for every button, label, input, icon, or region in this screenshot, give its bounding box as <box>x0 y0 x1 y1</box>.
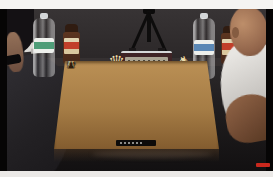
dgt-plaque <box>116 140 156 146</box>
page-background-bottom <box>0 171 273 177</box>
bottle-label-band <box>34 42 54 49</box>
jar-label <box>64 38 79 54</box>
clock-button <box>158 48 165 51</box>
letterbox-bar-right <box>266 9 273 171</box>
video-still: ♛ ♟♞♟♟ ♟♟♚♟♚♟♟♞♟♜♟♞♝♜♟♝♟♟♟ <box>0 0 273 177</box>
letterbox-bar-left <box>0 9 7 171</box>
piece-bP-a6: ♟ <box>67 61 75 70</box>
page-background-top <box>0 0 273 9</box>
board-grid: ♟♟♚♟♚♟♟♞♟♜♟♞♝♜♟♝♟♟♟ <box>71 69 204 135</box>
right-player-ear <box>232 27 239 38</box>
board-reflection <box>54 149 219 162</box>
video-progress-bar[interactable] <box>256 163 270 167</box>
plaque-text-marks <box>120 142 144 144</box>
chess-board: ♟♟♚♟♚♟♟♞♟♜♟♞♝♜♟♝♟♟♟ <box>54 61 219 149</box>
bottle-label <box>34 38 54 53</box>
water-bottle-left <box>33 13 55 77</box>
clock-button <box>129 48 136 51</box>
coffee-jar-left <box>63 24 80 64</box>
